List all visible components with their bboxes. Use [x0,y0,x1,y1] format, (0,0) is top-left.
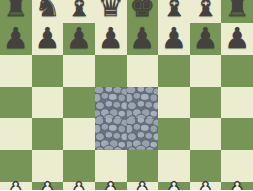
square-c4[interactable] [63,118,95,150]
square-e6[interactable] [127,55,159,87]
piece-black-rook: ♜ [3,0,29,21]
square-d6[interactable] [95,55,127,87]
cobblestone-texture [95,118,127,150]
square-b5[interactable] [32,87,64,119]
square-a7[interactable]: ♟ [0,23,32,55]
square-f3[interactable] [158,150,190,182]
square-b3[interactable] [32,150,64,182]
piece-black-rook: ♜ [224,0,250,21]
square-f6[interactable] [158,55,190,87]
square-e8[interactable]: ♚ [127,0,159,23]
cobblestone-texture [127,87,159,119]
square-h6[interactable] [221,55,253,87]
square-g2[interactable]: ♟ [190,182,222,191]
piece-black-pawn: ♟ [98,24,124,53]
square-a4[interactable] [0,118,32,150]
square-h2[interactable]: ♟ [221,182,253,191]
square-g4[interactable] [190,118,222,150]
square-c5[interactable] [63,87,95,119]
square-h3[interactable] [221,150,253,182]
square-g6[interactable] [190,55,222,87]
cobblestone-texture [95,87,127,119]
square-d2[interactable]: ♟ [95,182,127,191]
square-f4[interactable] [158,118,190,150]
piece-black-bishop: ♝ [66,0,92,21]
piece-black-king: ♚ [129,0,155,21]
square-a8[interactable]: ♜ [0,0,32,23]
square-f8[interactable]: ♝ [158,0,190,23]
square-a3[interactable] [0,150,32,182]
chess-board: ♜♞♝♛♚♝♝♜♟♟♟♟♟♟♟♟♟♟♟♟♟♟♟♟ [0,0,253,190]
square-b6[interactable] [32,55,64,87]
square-c7[interactable]: ♟ [63,23,95,55]
square-h7[interactable]: ♟ [221,23,253,55]
square-b7[interactable]: ♟ [32,23,64,55]
square-h5[interactable] [221,87,253,119]
square-a6[interactable] [0,55,32,87]
piece-black-pawn: ♟ [161,24,187,53]
piece-black-pawn: ♟ [34,24,60,53]
square-e2[interactable]: ♟ [127,182,159,191]
square-g7[interactable]: ♟ [190,23,222,55]
cobblestone-texture [127,118,159,150]
wall-square-e5 [127,87,159,119]
square-g3[interactable] [190,150,222,182]
square-d7[interactable]: ♟ [95,23,127,55]
piece-black-pawn: ♟ [193,24,219,53]
square-e7[interactable]: ♟ [127,23,159,55]
square-g8[interactable]: ♝ [190,0,222,23]
square-h4[interactable] [221,118,253,150]
square-c3[interactable] [63,150,95,182]
square-h8[interactable]: ♜ [221,0,253,23]
square-a5[interactable] [0,87,32,119]
square-b4[interactable] [32,118,64,150]
piece-black-pawn: ♟ [129,24,155,53]
square-c8[interactable]: ♝ [63,0,95,23]
square-c2[interactable]: ♟ [63,182,95,191]
square-d3[interactable] [95,150,127,182]
piece-black-queen: ♛ [98,0,124,21]
piece-black-pawn: ♟ [224,24,250,53]
piece-black-bishop: ♝ [161,0,187,21]
square-g5[interactable] [190,87,222,119]
piece-black-pawn: ♟ [66,24,92,53]
piece-black-knight: ♞ [34,0,60,21]
wall-square-d5 [95,87,127,119]
square-a2[interactable]: ♟ [0,182,32,191]
wall-square-d4 [95,118,127,150]
square-e3[interactable] [127,150,159,182]
square-f2[interactable]: ♟ [158,182,190,191]
square-f7[interactable]: ♟ [158,23,190,55]
piece-black-bishop: ♝ [193,0,219,21]
square-b2[interactable]: ♟ [32,182,64,191]
board-grid: ♜♞♝♛♚♝♝♜♟♟♟♟♟♟♟♟♟♟♟♟♟♟♟♟ [0,0,253,190]
square-c6[interactable] [63,55,95,87]
wall-square-e4 [127,118,159,150]
piece-black-pawn: ♟ [3,24,29,53]
square-b8[interactable]: ♞ [32,0,64,23]
square-d8[interactable]: ♛ [95,0,127,23]
square-f5[interactable] [158,87,190,119]
